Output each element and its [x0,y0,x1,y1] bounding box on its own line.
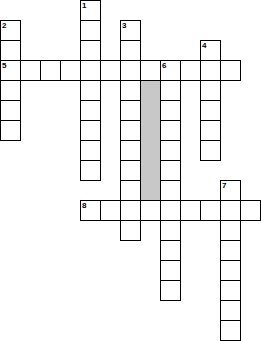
grid-cell[interactable] [120,60,141,81]
grid-cell[interactable] [160,180,181,201]
grid-cell[interactable] [120,40,141,61]
grid-cell[interactable] [200,100,221,121]
grid-cell[interactable] [0,120,21,141]
grid-cell[interactable] [0,40,21,61]
grid-cell[interactable] [120,220,141,241]
grid-cell[interactable] [80,200,101,221]
grid-cell[interactable] [100,200,121,221]
grid-cell[interactable] [0,80,21,101]
grid-cell[interactable] [80,140,101,161]
grid-cell[interactable] [180,60,201,81]
grid-cell[interactable] [0,60,21,81]
grid-cell[interactable] [160,140,181,161]
grid-cell[interactable] [220,320,241,341]
grid-cell[interactable] [160,80,181,101]
grid-cell[interactable] [120,20,141,41]
grid-cell[interactable] [160,200,181,221]
grid-cell[interactable] [160,260,181,281]
grid-cell[interactable] [80,100,101,121]
grid-cell[interactable] [120,200,141,221]
grid-cell[interactable] [120,180,141,201]
grid-cell[interactable] [120,100,141,121]
grid-cell[interactable] [160,240,181,261]
grid-cell[interactable] [120,80,141,101]
grid-cell[interactable] [100,60,121,81]
grid-cell[interactable] [160,120,181,141]
crossword-board: 12345678 [0,0,261,341]
grid-cell[interactable] [220,280,241,301]
grid-cell[interactable] [80,160,101,181]
grid-cell[interactable] [220,200,241,221]
grid-cell[interactable] [220,240,241,261]
grid-cell[interactable] [160,100,181,121]
grid-cell[interactable] [80,0,101,21]
grid-cell[interactable] [160,280,181,301]
grid-cell[interactable] [80,60,101,81]
shaded-word-block[interactable] [140,80,161,201]
grid-cell[interactable] [200,200,221,221]
grid-cell[interactable] [220,180,241,201]
grid-cell[interactable] [240,200,261,221]
grid-cell[interactable] [220,300,241,321]
grid-cell[interactable] [200,120,221,141]
grid-cell[interactable] [220,260,241,281]
grid-cell[interactable] [120,160,141,181]
grid-cell[interactable] [200,60,221,81]
grid-cell[interactable] [160,220,181,241]
grid-cell[interactable] [80,120,101,141]
grid-cell[interactable] [0,100,21,121]
grid-cell[interactable] [120,120,141,141]
grid-cell[interactable] [200,140,221,161]
grid-cell[interactable] [80,40,101,61]
grid-cell[interactable] [20,60,41,81]
grid-cell[interactable] [220,220,241,241]
grid-cell[interactable] [140,60,161,81]
grid-cell[interactable] [200,40,221,61]
grid-cell[interactable] [140,200,161,221]
grid-cell[interactable] [160,160,181,181]
grid-cell[interactable] [0,20,21,41]
grid-cell[interactable] [220,60,241,81]
grid-cell[interactable] [160,60,181,81]
grid-cell[interactable] [40,60,61,81]
grid-cell[interactable] [80,20,101,41]
grid-cell[interactable] [200,80,221,101]
grid-cell[interactable] [80,80,101,101]
grid-cell[interactable] [60,60,81,81]
grid-cell[interactable] [120,140,141,161]
grid-cell[interactable] [180,200,201,221]
